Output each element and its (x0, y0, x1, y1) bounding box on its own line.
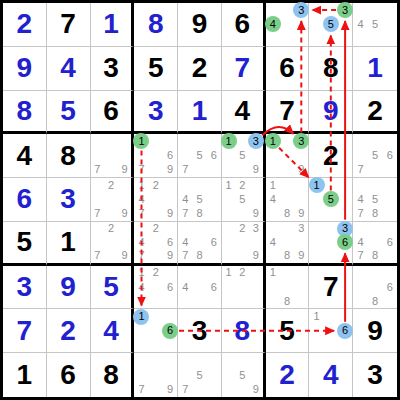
candidate-7: 7 (134, 384, 148, 395)
candidate-1: 1 (222, 136, 236, 147)
given-digit: 9 (367, 317, 383, 345)
cell-r2c6[interactable]: 7 (222, 47, 266, 91)
cell-r1c1[interactable]: 2 (3, 3, 47, 47)
candidate-1: 1 (222, 267, 236, 278)
candidate-1: 1 (266, 267, 280, 278)
given-digit: 1 (17, 361, 33, 389)
given-digit: 6 (234, 10, 250, 38)
candidate-1: 1 (222, 180, 236, 191)
cell-r2c7[interactable]: 6 (266, 47, 310, 91)
candidate-8: 8 (280, 250, 294, 261)
candidate-6: 6 (163, 325, 177, 336)
solved-digit: 3 (60, 185, 76, 213)
solved-digit: 5 (60, 97, 76, 125)
candidate-7: 7 (91, 164, 105, 175)
candidate-7: 7 (91, 208, 105, 219)
given-digit: 2 (192, 54, 208, 82)
given-digit: 6 (60, 361, 76, 389)
candidate-9: 9 (118, 164, 132, 175)
candidate-5: 5 (324, 194, 338, 205)
given-digit: 7 (60, 10, 76, 38)
candidate-7: 7 (178, 208, 192, 219)
candidate-2: 2 (104, 180, 118, 191)
candidate-4: 4 (353, 237, 368, 248)
candidate-3: 3 (338, 5, 352, 16)
cell-r6c3[interactable]: 279 (91, 222, 135, 266)
candidate-9: 9 (163, 164, 177, 175)
candidate-2: 2 (235, 223, 249, 234)
cell-r4c7[interactable]: 139 (266, 134, 310, 178)
cell-r6c2[interactable]: 1 (47, 222, 91, 266)
cell-r4c9[interactable]: 567 (353, 134, 397, 178)
cell-r2c8[interactable]: 8 (309, 47, 353, 91)
cell-r6c8[interactable]: 36 (309, 222, 353, 266)
cell-r3c3[interactable]: 6 (91, 91, 135, 135)
cell-r4c4[interactable]: 1679 (134, 134, 178, 178)
candidate-4: 4 (178, 282, 192, 293)
given-digit: 7 (279, 97, 295, 125)
cell-r3c4[interactable]: 3 (134, 91, 178, 135)
candidate-3: 3 (338, 223, 352, 234)
cell-r6c9[interactable]: 4678 (353, 222, 397, 266)
cell-r3c1[interactable]: 8 (3, 91, 47, 135)
candidate-8: 8 (368, 208, 383, 219)
cell-r4c6[interactable]: 1359 (222, 134, 266, 178)
candidate-7: 7 (91, 250, 105, 261)
candidate-1: 1 (266, 180, 280, 191)
cell-r8c7[interactable]: 5 (266, 309, 310, 353)
solved-digit: 2 (17, 10, 33, 38)
cell-r5c5[interactable]: 4578 (178, 178, 222, 222)
cell-r7c4[interactable]: 1246 (134, 266, 178, 310)
cell-r3c2[interactable]: 5 (47, 91, 91, 135)
cell-r1c9[interactable]: 45 (353, 3, 397, 47)
cell-r5c6[interactable]: 1259 (222, 178, 266, 222)
candidate-7: 7 (178, 384, 192, 395)
candidate-8: 8 (368, 296, 383, 307)
cell-r9c6[interactable]: 59 (222, 353, 266, 397)
solved-digit: 9 (323, 97, 339, 125)
candidate-3: 3 (294, 136, 308, 147)
cell-r2c9[interactable]: 1 (353, 47, 397, 91)
cell-r9c3[interactable]: 8 (91, 353, 135, 397)
candidate-7: 7 (178, 250, 192, 261)
candidate-2: 2 (149, 180, 163, 191)
cell-r4c5[interactable]: 567 (178, 134, 222, 178)
given-digit: 6 (279, 54, 295, 82)
cell-r2c1[interactable]: 9 (3, 47, 47, 91)
candidate-3: 3 (249, 223, 263, 234)
given-digit: 2 (323, 142, 339, 170)
cell-r1c2[interactable]: 7 (47, 3, 91, 47)
cell-r8c8[interactable]: 16 (309, 309, 353, 353)
cell-r5c9[interactable]: 4578 (353, 178, 397, 222)
given-digit: 7 (323, 273, 339, 301)
candidate-9: 9 (294, 250, 308, 261)
given-digit: 4 (17, 142, 33, 170)
solved-digit: 5 (103, 273, 119, 301)
candidate-9: 9 (249, 208, 263, 219)
candidate-1: 1 (134, 311, 148, 322)
cell-r3c6[interactable]: 4 (222, 91, 266, 135)
candidate-5: 5 (368, 194, 383, 205)
solved-digit: 4 (60, 54, 76, 82)
candidate-4: 4 (353, 19, 368, 30)
candidate-3: 3 (294, 223, 308, 234)
candidate-4: 4 (134, 194, 148, 205)
candidate-7: 7 (134, 208, 148, 219)
cell-r8c3[interactable]: 4 (91, 309, 135, 353)
cell-r3c8[interactable]: 9 (309, 91, 353, 135)
candidate-1: 1 (134, 180, 148, 191)
candidate-7: 7 (134, 250, 148, 261)
solved-digit: 4 (103, 317, 119, 345)
candidate-1: 1 (266, 136, 280, 147)
cell-r6c7[interactable]: 3489 (266, 222, 310, 266)
cell-r2c5[interactable]: 2 (178, 47, 222, 91)
candidate-8: 8 (192, 250, 206, 261)
given-digit: 5 (279, 317, 295, 345)
cell-r2c4[interactable]: 5 (134, 47, 178, 91)
cell-r8c4[interactable]: 16 (134, 309, 178, 353)
candidate-2: 2 (104, 223, 118, 234)
cell-r8c5[interactable]: 3 (178, 309, 222, 353)
cell-r6c6[interactable]: 239 (222, 222, 266, 266)
given-digit: 8 (323, 54, 339, 82)
cell-r7c9[interactable]: 68 (353, 266, 397, 310)
candidate-1: 1 (134, 267, 148, 278)
cell-r7c8[interactable]: 7 (309, 266, 353, 310)
cell-r7c5[interactable]: 46 (178, 266, 222, 310)
solved-digit: 3 (17, 273, 33, 301)
candidate-9: 9 (249, 164, 263, 175)
solved-digit: 4 (323, 361, 339, 389)
cell-r7c3[interactable]: 5 (91, 266, 135, 310)
given-digit: 8 (103, 361, 119, 389)
candidate-5: 5 (235, 150, 249, 161)
cell-r7c2[interactable]: 9 (47, 266, 91, 310)
candidate-6: 6 (338, 325, 352, 336)
solved-digit: 7 (234, 54, 250, 82)
candidate-3: 3 (249, 136, 263, 147)
cell-r7c6[interactable]: 12 (222, 266, 266, 310)
cell-r4c2[interactable]: 8 (47, 134, 91, 178)
cell-r9c5[interactable]: 57 (178, 353, 222, 397)
solved-digit: 6 (17, 185, 33, 213)
cell-r5c2[interactable]: 3 (47, 178, 91, 222)
candidate-6: 6 (338, 237, 352, 248)
candidate-9: 9 (249, 250, 263, 261)
given-digit: 6 (103, 97, 119, 125)
candidate-4: 4 (266, 194, 280, 205)
given-digit: 3 (192, 317, 208, 345)
solved-digit: 9 (17, 54, 33, 82)
given-digit: 3 (103, 54, 119, 82)
candidate-6: 6 (207, 237, 221, 248)
given-digit: 5 (148, 54, 164, 82)
candidate-8: 8 (192, 208, 206, 219)
candidate-5: 5 (235, 194, 249, 205)
candidate-6: 6 (382, 282, 397, 293)
candidate-4: 4 (353, 194, 368, 205)
cell-r8c2[interactable]: 2 (47, 309, 91, 353)
candidate-4: 4 (266, 237, 280, 248)
cell-r9c9[interactable]: 3 (353, 353, 397, 397)
given-digit: 5 (17, 228, 33, 256)
candidate-4: 4 (266, 19, 280, 30)
candidate-9: 9 (163, 250, 177, 261)
given-digit: 9 (192, 10, 208, 38)
candidate-7: 7 (134, 164, 148, 175)
candidate-5: 5 (192, 370, 206, 381)
candidate-9: 9 (249, 384, 263, 395)
solved-digit: 1 (103, 10, 119, 38)
cell-r7c7[interactable]: 18 (266, 266, 310, 310)
cell-r9c2[interactable]: 6 (47, 353, 91, 397)
cell-r1c8[interactable]: 35 (309, 3, 353, 47)
candidate-9: 9 (163, 384, 177, 395)
candidate-6: 6 (163, 282, 177, 293)
cell-r5c4[interactable]: 12479 (134, 178, 178, 222)
candidate-2: 2 (235, 180, 249, 191)
solved-digit: 8 (234, 317, 250, 345)
solved-digit: 1 (192, 97, 208, 125)
candidate-1: 1 (309, 180, 323, 191)
solved-digit: 2 (279, 361, 295, 389)
candidate-3: 3 (294, 5, 308, 16)
candidate-6: 6 (207, 282, 221, 293)
candidate-8: 8 (280, 208, 294, 219)
candidate-2: 2 (149, 223, 163, 234)
cell-r3c7[interactable]: 7 (266, 91, 310, 135)
candidate-9: 9 (163, 208, 177, 219)
cell-r8c6[interactable]: 8 (222, 309, 266, 353)
candidate-4: 4 (134, 282, 148, 293)
candidate-5: 5 (235, 370, 249, 381)
cell-r4c1[interactable]: 4 (3, 134, 47, 178)
cell-r1c6[interactable]: 6 (222, 3, 266, 47)
cell-r5c8[interactable]: 15 (309, 178, 353, 222)
solved-digit: 8 (17, 97, 33, 125)
candidate-1: 1 (309, 311, 323, 322)
cell-r2c3[interactable]: 3 (91, 47, 135, 91)
candidate-4: 4 (178, 194, 192, 205)
candidate-5: 5 (192, 194, 206, 205)
candidate-6: 6 (207, 150, 221, 161)
cell-r9c8[interactable]: 4 (309, 353, 353, 397)
candidate-7: 7 (353, 250, 368, 261)
given-digit: 4 (234, 97, 250, 125)
cell-r4c3[interactable]: 79 (91, 134, 135, 178)
cell-r6c4[interactable]: 24679 (134, 222, 178, 266)
solved-digit: 7 (17, 317, 33, 345)
candidate-8: 8 (368, 250, 383, 261)
sudoku-board: 2718963435459435276818563147924879167956… (0, 0, 400, 400)
cell-r5c7[interactable]: 1489 (266, 178, 310, 222)
given-digit: 3 (367, 361, 383, 389)
candidate-8: 8 (280, 296, 294, 307)
cell-r6c1[interactable]: 5 (3, 222, 47, 266)
solved-digit: 8 (148, 10, 164, 38)
candidate-9: 9 (294, 164, 308, 175)
solved-digit: 2 (60, 317, 76, 345)
candidate-4: 4 (134, 237, 148, 248)
cell-r1c5[interactable]: 9 (178, 3, 222, 47)
cell-r7c1[interactable]: 3 (3, 266, 47, 310)
cell-r1c4[interactable]: 8 (134, 3, 178, 47)
candidate-6: 6 (163, 150, 177, 161)
candidate-9: 9 (118, 250, 132, 261)
given-digit: 8 (60, 142, 76, 170)
cell-r6c5[interactable]: 4678 (178, 222, 222, 266)
candidate-7: 7 (178, 164, 192, 175)
cell-r9c7[interactable]: 2 (266, 353, 310, 397)
candidate-1: 1 (134, 136, 148, 147)
cell-r9c1[interactable]: 1 (3, 353, 47, 397)
cell-r4c8[interactable]: 2 (309, 134, 353, 178)
cell-r5c1[interactable]: 6 (3, 178, 47, 222)
cell-r3c9[interactable]: 2 (353, 91, 397, 135)
candidate-5: 5 (368, 19, 383, 30)
candidate-9: 9 (294, 208, 308, 219)
given-digit: 2 (367, 97, 383, 125)
candidate-2: 2 (149, 267, 163, 278)
candidate-6: 6 (382, 150, 397, 161)
candidate-5: 5 (368, 150, 383, 161)
cell-r8c1[interactable]: 7 (3, 309, 47, 353)
cell-r8c9[interactable]: 9 (353, 309, 397, 353)
candidate-2: 2 (235, 267, 249, 278)
cell-r2c2[interactable]: 4 (47, 47, 91, 91)
given-digit: 1 (60, 228, 76, 256)
candidate-7: 7 (353, 208, 368, 219)
cell-r9c4[interactable]: 79 (134, 353, 178, 397)
solved-digit: 1 (367, 54, 383, 82)
candidate-5: 5 (192, 150, 206, 161)
cell-r3c5[interactable]: 1 (178, 91, 222, 135)
solved-digit: 3 (148, 97, 164, 125)
candidate-5: 5 (324, 19, 338, 30)
candidate-6: 6 (163, 237, 177, 248)
cell-r5c3[interactable]: 279 (91, 178, 135, 222)
cell-r1c7[interactable]: 34 (266, 3, 310, 47)
candidate-9: 9 (118, 208, 132, 219)
candidate-6: 6 (382, 237, 397, 248)
solved-digit: 9 (60, 273, 76, 301)
cell-r1c3[interactable]: 1 (91, 3, 135, 47)
candidate-4: 4 (178, 237, 192, 248)
candidate-7: 7 (353, 164, 368, 175)
